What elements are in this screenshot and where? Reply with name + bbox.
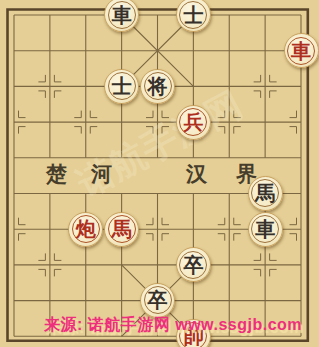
piece-black-general[interactable]: 将 bbox=[140, 69, 175, 104]
piece-glyph: 卒 bbox=[148, 290, 168, 310]
piece-glyph: 将 bbox=[148, 76, 168, 96]
piece-black-chariot[interactable]: 車 bbox=[104, 0, 139, 32]
pieces-grid: 車士車士将兵馬炮馬車卒卒帥 bbox=[0, 0, 319, 347]
piece-glyph: 車 bbox=[112, 4, 132, 24]
piece-red-cannon[interactable]: 炮 bbox=[68, 212, 103, 247]
piece-glyph: 卒 bbox=[183, 254, 203, 274]
piece-glyph: 炮 bbox=[76, 219, 96, 239]
piece-black-advisor[interactable]: 士 bbox=[104, 69, 139, 104]
piece-glyph: 車 bbox=[255, 219, 275, 239]
piece-red-horse[interactable]: 馬 bbox=[104, 212, 139, 247]
piece-black-soldier[interactable]: 卒 bbox=[140, 283, 175, 318]
piece-glyph: 士 bbox=[112, 76, 132, 96]
piece-black-chariot[interactable]: 車 bbox=[248, 212, 283, 247]
piece-black-advisor[interactable]: 士 bbox=[176, 0, 211, 32]
piece-black-soldier[interactable]: 卒 bbox=[176, 247, 211, 282]
piece-red-chariot[interactable]: 車 bbox=[284, 33, 319, 68]
piece-black-horse[interactable]: 馬 bbox=[248, 176, 283, 211]
piece-red-soldier[interactable]: 兵 bbox=[176, 105, 211, 140]
piece-glyph: 兵 bbox=[183, 112, 203, 132]
piece-glyph: 馬 bbox=[255, 183, 275, 203]
xiangqi-board[interactable]: 诺航手游网 楚河 汉界 車士車士将兵馬炮馬車卒卒帥 来源: 诺航手游网 www.… bbox=[0, 0, 319, 347]
source-watermark: 来源: 诺航手游网 www.ssgjb.com bbox=[44, 315, 302, 336]
piece-glyph: 士 bbox=[183, 4, 203, 24]
piece-glyph: 馬 bbox=[112, 219, 132, 239]
piece-glyph: 車 bbox=[291, 40, 311, 60]
